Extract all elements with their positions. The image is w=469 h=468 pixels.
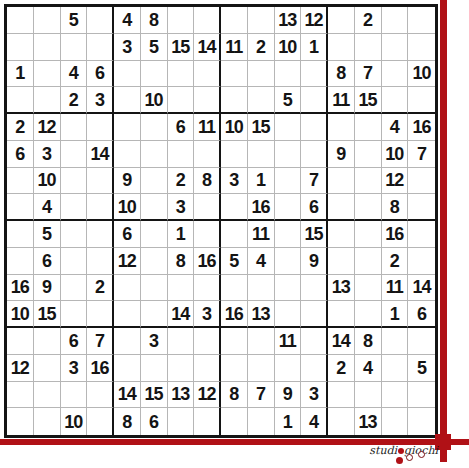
cell-r7c7[interactable]: 2 <box>168 168 195 195</box>
cell-r12c11[interactable] <box>275 301 302 328</box>
cell-r15c14[interactable] <box>355 382 382 409</box>
cell-r7c1[interactable] <box>7 168 34 195</box>
cell-r11c15[interactable]: 11 <box>382 275 409 302</box>
cell-r11c5[interactable] <box>114 275 141 302</box>
cell-r8c10[interactable]: 16 <box>248 194 275 221</box>
cell-r15c8[interactable]: 12 <box>194 382 221 409</box>
cell-r13c16[interactable] <box>408 328 435 355</box>
cell-r4c2[interactable] <box>34 87 61 114</box>
cell-r10c7[interactable]: 8 <box>168 248 195 275</box>
cell-r3c1[interactable]: 1 <box>7 61 34 88</box>
cell-r16c6[interactable]: 6 <box>141 408 168 435</box>
cell-r10c8[interactable]: 16 <box>194 248 221 275</box>
cell-r9c11[interactable] <box>275 221 302 248</box>
logo-red-o-dot-icon <box>398 448 404 454</box>
cell-r14c6[interactable] <box>141 355 168 382</box>
cell-r8c8[interactable] <box>194 194 221 221</box>
cell-r10c16[interactable] <box>408 248 435 275</box>
cell-r11c10[interactable] <box>248 275 275 302</box>
cell-r14c16[interactable]: 5 <box>408 355 435 382</box>
cell-r15c3[interactable] <box>61 382 88 409</box>
cell-r9c13[interactable] <box>328 221 355 248</box>
cell-r3c7[interactable] <box>168 61 195 88</box>
cell-r12c2[interactable]: 15 <box>34 301 61 328</box>
cell-r14c15[interactable] <box>382 355 409 382</box>
cell-r8c5[interactable]: 10 <box>114 194 141 221</box>
cell-r6c4[interactable]: 14 <box>87 141 114 168</box>
cell-r4c7[interactable] <box>168 87 195 114</box>
cell-r15c9[interactable]: 8 <box>221 382 248 409</box>
cell-r4c16[interactable] <box>408 87 435 114</box>
cell-r2c9[interactable]: 11 <box>221 34 248 61</box>
cell-r6c10[interactable] <box>248 141 275 168</box>
cell-r6c11[interactable] <box>275 141 302 168</box>
cell-r14c11[interactable] <box>275 355 302 382</box>
cell-r16c11[interactable]: 1 <box>275 408 302 435</box>
cell-r13c14[interactable]: 8 <box>355 328 382 355</box>
cell-r7c9[interactable]: 3 <box>221 168 248 195</box>
cell-r8c4[interactable] <box>87 194 114 221</box>
cell-r8c14[interactable] <box>355 194 382 221</box>
cell-r9c7[interactable]: 1 <box>168 221 195 248</box>
cell-r16c15[interactable] <box>382 408 409 435</box>
cell-r3c14[interactable]: 7 <box>355 61 382 88</box>
cell-r4c3[interactable]: 2 <box>61 87 88 114</box>
cell-r2c12[interactable]: 1 <box>301 34 328 61</box>
cell-r10c2[interactable]: 6 <box>34 248 61 275</box>
cell-r2c8[interactable]: 14 <box>194 34 221 61</box>
cell-r16c13[interactable] <box>328 408 355 435</box>
cell-r15c11[interactable]: 9 <box>275 382 302 409</box>
cell-r15c5[interactable]: 14 <box>114 382 141 409</box>
cell-r12c8[interactable]: 3 <box>194 301 221 328</box>
cell-r11c13[interactable]: 13 <box>328 275 355 302</box>
cell-r14c13[interactable]: 2 <box>328 355 355 382</box>
cell-r3c2[interactable] <box>34 61 61 88</box>
cell-r15c1[interactable] <box>7 382 34 409</box>
cell-r7c8[interactable]: 8 <box>194 168 221 195</box>
cell-r4c10[interactable] <box>248 87 275 114</box>
cell-r11c2[interactable]: 9 <box>34 275 61 302</box>
cell-r10c10[interactable]: 4 <box>248 248 275 275</box>
cell-r14c1[interactable]: 12 <box>7 355 34 382</box>
cell-r10c15[interactable]: 2 <box>382 248 409 275</box>
cell-r5c15[interactable]: 4 <box>382 114 409 141</box>
cell-r13c13[interactable]: 14 <box>328 328 355 355</box>
cell-r14c14[interactable]: 4 <box>355 355 382 382</box>
cell-r6c14[interactable] <box>355 141 382 168</box>
cell-r2c13[interactable] <box>328 34 355 61</box>
cell-r10c3[interactable] <box>61 248 88 275</box>
cell-r8c7[interactable]: 3 <box>168 194 195 221</box>
cell-r8c1[interactable] <box>7 194 34 221</box>
cell-r10c6[interactable] <box>141 248 168 275</box>
cell-r5c10[interactable]: 15 <box>248 114 275 141</box>
cell-r4c6[interactable]: 10 <box>141 87 168 114</box>
cell-r5c1[interactable]: 2 <box>7 114 34 141</box>
cell-r9c1[interactable] <box>7 221 34 248</box>
cell-r7c5[interactable]: 9 <box>114 168 141 195</box>
cell-r4c4[interactable]: 3 <box>87 87 114 114</box>
cell-r11c16[interactable]: 14 <box>408 275 435 302</box>
cell-r15c12[interactable]: 3 <box>301 382 328 409</box>
cell-r1c15[interactable] <box>382 7 409 34</box>
cell-r12c14[interactable] <box>355 301 382 328</box>
cell-r6c3[interactable] <box>61 141 88 168</box>
cell-r3c12[interactable] <box>301 61 328 88</box>
cell-r9c8[interactable] <box>194 221 221 248</box>
cell-r4c8[interactable] <box>194 87 221 114</box>
cell-r3c6[interactable] <box>141 61 168 88</box>
cell-r6c1[interactable]: 6 <box>7 141 34 168</box>
cell-r3c16[interactable]: 10 <box>408 61 435 88</box>
cell-r9c14[interactable] <box>355 221 382 248</box>
cell-r6c15[interactable]: 10 <box>382 141 409 168</box>
cell-r7c4[interactable] <box>87 168 114 195</box>
cell-r16c2[interactable] <box>34 408 61 435</box>
cell-r10c12[interactable]: 9 <box>301 248 328 275</box>
cell-r16c8[interactable] <box>194 408 221 435</box>
cell-r15c4[interactable] <box>87 382 114 409</box>
cell-r10c5[interactable]: 12 <box>114 248 141 275</box>
cell-r5c11[interactable] <box>275 114 302 141</box>
cell-r3c5[interactable] <box>114 61 141 88</box>
cell-r3c10[interactable] <box>248 61 275 88</box>
cell-r8c2[interactable]: 4 <box>34 194 61 221</box>
cell-r12c3[interactable] <box>61 301 88 328</box>
cell-r14c12[interactable] <box>301 355 328 382</box>
cell-r12c10[interactable]: 13 <box>248 301 275 328</box>
cell-r8c15[interactable]: 8 <box>382 194 409 221</box>
cell-r15c6[interactable]: 15 <box>141 382 168 409</box>
cell-r5c6[interactable] <box>141 114 168 141</box>
cell-r13c10[interactable] <box>248 328 275 355</box>
cell-r12c13[interactable] <box>328 301 355 328</box>
cell-r7c3[interactable] <box>61 168 88 195</box>
logo-dot-filled-icon <box>396 457 403 464</box>
cell-r6c2[interactable]: 3 <box>34 141 61 168</box>
cell-r4c1[interactable] <box>7 87 34 114</box>
cell-r9c12[interactable]: 15 <box>301 221 328 248</box>
cell-r14c4[interactable]: 16 <box>87 355 114 382</box>
cell-r11c9[interactable] <box>221 275 248 302</box>
cell-r4c11[interactable]: 5 <box>275 87 302 114</box>
cell-r13c3[interactable]: 6 <box>61 328 88 355</box>
cell-r13c15[interactable] <box>382 328 409 355</box>
cell-r5c12[interactable] <box>301 114 328 141</box>
cell-r16c5[interactable]: 8 <box>114 408 141 435</box>
cell-r5c14[interactable] <box>355 114 382 141</box>
cell-r1c13[interactable] <box>328 7 355 34</box>
cell-r7c11[interactable] <box>275 168 302 195</box>
cell-r13c1[interactable] <box>7 328 34 355</box>
cell-r11c7[interactable] <box>168 275 195 302</box>
cell-r2c7[interactable]: 15 <box>168 34 195 61</box>
cell-r5c9[interactable]: 10 <box>221 114 248 141</box>
sudoku-board: 5481312235151411210114687102310511152126… <box>4 4 438 438</box>
cell-r5c13[interactable] <box>328 114 355 141</box>
cell-r8c13[interactable] <box>328 194 355 221</box>
cell-r16c12[interactable]: 4 <box>301 408 328 435</box>
cell-r7c10[interactable]: 1 <box>248 168 275 195</box>
cell-r13c6[interactable]: 3 <box>141 328 168 355</box>
cell-r13c4[interactable]: 7 <box>87 328 114 355</box>
cell-r10c11[interactable] <box>275 248 302 275</box>
cell-r6c13[interactable]: 9 <box>328 141 355 168</box>
cell-r5c4[interactable] <box>87 114 114 141</box>
cell-r16c16[interactable] <box>408 408 435 435</box>
cell-r15c2[interactable] <box>34 382 61 409</box>
cell-r1c8[interactable] <box>194 7 221 34</box>
red-vertical-rule <box>440 0 447 462</box>
cell-r14c8[interactable] <box>194 355 221 382</box>
cell-r1c7[interactable] <box>168 7 195 34</box>
cell-r1c3[interactable]: 5 <box>61 7 88 34</box>
cell-r8c9[interactable] <box>221 194 248 221</box>
cell-r6c12[interactable] <box>301 141 328 168</box>
cell-r11c1[interactable]: 16 <box>7 275 34 302</box>
cell-r5c3[interactable] <box>61 114 88 141</box>
cell-r9c2[interactable]: 5 <box>34 221 61 248</box>
cell-r13c8[interactable] <box>194 328 221 355</box>
cell-r6c8[interactable] <box>194 141 221 168</box>
cell-r2c15[interactable] <box>382 34 409 61</box>
cell-r12c5[interactable] <box>114 301 141 328</box>
cell-r11c3[interactable] <box>61 275 88 302</box>
cell-r5c2[interactable]: 12 <box>34 114 61 141</box>
cell-r7c14[interactable] <box>355 168 382 195</box>
studiogiochi-logo: studigiochi <box>352 444 438 457</box>
cell-r16c1[interactable] <box>7 408 34 435</box>
logo-text-before: studi <box>369 444 397 457</box>
cell-r10c1[interactable] <box>7 248 34 275</box>
cell-r9c10[interactable]: 11 <box>248 221 275 248</box>
cell-r15c16[interactable] <box>408 382 435 409</box>
cell-r2c10[interactable]: 2 <box>248 34 275 61</box>
cell-r2c11[interactable]: 10 <box>275 34 302 61</box>
cell-r7c6[interactable] <box>141 168 168 195</box>
cell-r3c9[interactable] <box>221 61 248 88</box>
cell-r11c12[interactable] <box>301 275 328 302</box>
cell-r3c15[interactable] <box>382 61 409 88</box>
cell-r3c8[interactable] <box>194 61 221 88</box>
cell-r1c6[interactable]: 8 <box>141 7 168 34</box>
cell-r4c9[interactable] <box>221 87 248 114</box>
cell-r15c13[interactable] <box>328 382 355 409</box>
cell-r11c11[interactable] <box>275 275 302 302</box>
cell-r13c5[interactable] <box>114 328 141 355</box>
cell-r2c16[interactable] <box>408 34 435 61</box>
cell-r9c16[interactable] <box>408 221 435 248</box>
cell-r16c3[interactable]: 10 <box>61 408 88 435</box>
cell-r1c11[interactable]: 13 <box>275 7 302 34</box>
cell-r7c12[interactable]: 7 <box>301 168 328 195</box>
cell-r4c12[interactable] <box>301 87 328 114</box>
cell-r13c7[interactable] <box>168 328 195 355</box>
cell-r4c14[interactable]: 15 <box>355 87 382 114</box>
cell-r14c7[interactable] <box>168 355 195 382</box>
cell-r2c1[interactable] <box>7 34 34 61</box>
cell-r6c7[interactable] <box>168 141 195 168</box>
cell-r2c4[interactable] <box>87 34 114 61</box>
cell-r3c13[interactable]: 8 <box>328 61 355 88</box>
cell-r15c15[interactable] <box>382 382 409 409</box>
cell-r1c4[interactable] <box>87 7 114 34</box>
cell-r14c9[interactable] <box>221 355 248 382</box>
cell-r3c4[interactable]: 6 <box>87 61 114 88</box>
cell-r8c16[interactable] <box>408 194 435 221</box>
cell-r10c9[interactable]: 5 <box>221 248 248 275</box>
cell-r7c15[interactable]: 12 <box>382 168 409 195</box>
cell-r8c11[interactable] <box>275 194 302 221</box>
cell-r12c1[interactable]: 10 <box>7 301 34 328</box>
logo-dot-open-icon <box>406 454 413 461</box>
cell-r14c5[interactable] <box>114 355 141 382</box>
cell-r13c9[interactable] <box>221 328 248 355</box>
cell-r13c11[interactable]: 11 <box>275 328 302 355</box>
cell-r11c6[interactable] <box>141 275 168 302</box>
cell-r7c13[interactable] <box>328 168 355 195</box>
cell-r6c9[interactable] <box>221 141 248 168</box>
cell-r9c15[interactable]: 16 <box>382 221 409 248</box>
cell-r2c6[interactable]: 5 <box>141 34 168 61</box>
cell-r1c5[interactable]: 4 <box>114 7 141 34</box>
cell-r2c2[interactable] <box>34 34 61 61</box>
cell-r5c16[interactable]: 16 <box>408 114 435 141</box>
cell-r12c9[interactable]: 16 <box>221 301 248 328</box>
cell-r1c14[interactable]: 2 <box>355 7 382 34</box>
cell-r6c16[interactable]: 7 <box>408 141 435 168</box>
cell-r12c7[interactable]: 14 <box>168 301 195 328</box>
cell-r1c12[interactable]: 12 <box>301 7 328 34</box>
cell-r11c8[interactable] <box>194 275 221 302</box>
cell-r12c4[interactable] <box>87 301 114 328</box>
cell-r4c5[interactable] <box>114 87 141 114</box>
cell-r1c2[interactable] <box>34 7 61 34</box>
cell-r14c2[interactable] <box>34 355 61 382</box>
cell-r1c16[interactable] <box>408 7 435 34</box>
cell-r14c3[interactable]: 3 <box>61 355 88 382</box>
cell-r12c6[interactable] <box>141 301 168 328</box>
cell-r6c5[interactable] <box>114 141 141 168</box>
cell-r3c11[interactable] <box>275 61 302 88</box>
cell-r11c4[interactable]: 2 <box>87 275 114 302</box>
cell-r5c8[interactable]: 11 <box>194 114 221 141</box>
cell-r1c10[interactable] <box>248 7 275 34</box>
cell-r8c6[interactable] <box>141 194 168 221</box>
cell-r5c5[interactable] <box>114 114 141 141</box>
cell-r2c14[interactable] <box>355 34 382 61</box>
cell-r5c7[interactable]: 6 <box>168 114 195 141</box>
logo-dot-open-icon <box>418 451 425 458</box>
cell-r15c10[interactable]: 7 <box>248 382 275 409</box>
cell-r13c2[interactable] <box>34 328 61 355</box>
cell-r7c16[interactable] <box>408 168 435 195</box>
cell-r12c16[interactable]: 6 <box>408 301 435 328</box>
cell-r4c13[interactable]: 11 <box>328 87 355 114</box>
cell-r2c3[interactable] <box>61 34 88 61</box>
cell-r16c10[interactable] <box>248 408 275 435</box>
cell-r12c12[interactable] <box>301 301 328 328</box>
cell-r9c6[interactable] <box>141 221 168 248</box>
cell-r10c13[interactable] <box>328 248 355 275</box>
cell-r1c9[interactable] <box>221 7 248 34</box>
cell-r4c15[interactable] <box>382 87 409 114</box>
cell-r9c5[interactable]: 6 <box>114 221 141 248</box>
cell-r8c12[interactable]: 6 <box>301 194 328 221</box>
cell-r12c15[interactable]: 1 <box>382 301 409 328</box>
cell-r1c1[interactable] <box>7 7 34 34</box>
cell-r14c10[interactable] <box>248 355 275 382</box>
cell-r16c9[interactable] <box>221 408 248 435</box>
cell-r10c14[interactable] <box>355 248 382 275</box>
cell-r7c2[interactable]: 10 <box>34 168 61 195</box>
cell-r16c14[interactable]: 13 <box>355 408 382 435</box>
cell-r15c7[interactable]: 13 <box>168 382 195 409</box>
cell-r10c4[interactable] <box>87 248 114 275</box>
cell-r2c5[interactable]: 3 <box>114 34 141 61</box>
cell-r8c3[interactable] <box>61 194 88 221</box>
cell-r3c3[interactable]: 4 <box>61 61 88 88</box>
cell-r13c12[interactable] <box>301 328 328 355</box>
cell-r16c4[interactable] <box>87 408 114 435</box>
cell-r9c9[interactable] <box>221 221 248 248</box>
cell-r9c3[interactable] <box>61 221 88 248</box>
cell-r6c6[interactable] <box>141 141 168 168</box>
cell-r11c14[interactable] <box>355 275 382 302</box>
cell-r16c7[interactable] <box>168 408 195 435</box>
cell-r9c4[interactable] <box>87 221 114 248</box>
